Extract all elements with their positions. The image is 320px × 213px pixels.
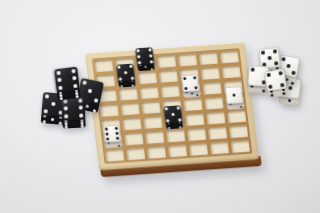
pip [65, 125, 68, 128]
pip [43, 120, 46, 123]
pip [45, 94, 49, 98]
pip [64, 114, 68, 118]
board-cell[interactable] [145, 131, 164, 144]
pip [168, 127, 170, 129]
pip [288, 86, 292, 90]
pip [239, 106, 241, 108]
board-cell[interactable] [183, 98, 202, 111]
white-die[interactable] [225, 86, 245, 110]
board-cell[interactable] [201, 67, 220, 80]
pip [290, 82, 293, 85]
pip [119, 77, 122, 80]
board-cell[interactable] [229, 125, 248, 138]
pip [132, 84, 134, 86]
die-top-face [54, 67, 80, 93]
board-cell[interactable] [120, 102, 139, 115]
pip [282, 92, 285, 95]
pip [58, 121, 61, 124]
pip [63, 99, 67, 103]
board-rim [85, 42, 259, 170]
pip [267, 56, 271, 60]
pip [78, 98, 82, 102]
game-board [85, 42, 259, 170]
pip [149, 54, 152, 57]
board-cell[interactable] [220, 50, 239, 63]
board-cell[interactable] [124, 132, 143, 145]
die-top-face [61, 96, 85, 120]
pip [149, 60, 152, 63]
pip [124, 71, 127, 74]
pip [115, 132, 118, 135]
pip [268, 85, 273, 90]
board-cell[interactable] [140, 86, 159, 99]
board-cell[interactable] [206, 111, 225, 124]
board-cell[interactable] [105, 149, 124, 162]
pip [176, 107, 179, 110]
board-cell[interactable] [187, 128, 206, 141]
pip [73, 84, 77, 88]
board-cell[interactable] [126, 147, 145, 160]
board-cell[interactable] [103, 134, 122, 147]
board-cell[interactable] [221, 65, 240, 78]
pip [72, 76, 76, 80]
pip [274, 61, 278, 65]
white-die[interactable] [181, 74, 201, 98]
pip [165, 108, 168, 111]
pip [193, 76, 196, 79]
pip [148, 49, 151, 52]
board-cell[interactable] [166, 129, 185, 142]
board-cell[interactable] [117, 73, 136, 86]
pip [88, 89, 93, 94]
pip [232, 94, 235, 97]
die-top-face [135, 47, 154, 65]
board-cell[interactable] [168, 144, 187, 157]
pip [58, 86, 62, 90]
black-die[interactable] [164, 105, 184, 129]
board-cell[interactable] [189, 143, 208, 156]
board-cell[interactable] [157, 55, 176, 68]
board-cell[interactable] [138, 71, 157, 84]
pip [270, 94, 273, 97]
pip [286, 64, 291, 69]
pip [266, 73, 271, 78]
pip [43, 109, 47, 113]
pip [79, 114, 83, 118]
pip [118, 66, 121, 69]
pip [171, 113, 174, 116]
die-top-face [225, 86, 244, 104]
pip [71, 69, 75, 73]
pip [278, 71, 283, 76]
board-cell[interactable] [208, 126, 227, 139]
pip [137, 49, 140, 52]
pip [137, 55, 140, 58]
pip [117, 145, 119, 147]
pip [80, 125, 83, 128]
pip [57, 78, 61, 82]
board-cell[interactable] [147, 146, 166, 159]
pip [94, 98, 99, 103]
photo-scene [0, 0, 320, 213]
board-cell[interactable] [185, 113, 204, 126]
die-top-face [264, 69, 287, 92]
board-cell[interactable] [181, 83, 200, 96]
pip [184, 87, 187, 90]
pip [60, 97, 63, 100]
pip [75, 95, 78, 98]
board-cell[interactable] [136, 56, 155, 69]
pip [82, 80, 87, 85]
pip [280, 83, 285, 88]
die-top-face [181, 74, 200, 92]
pip [196, 94, 198, 96]
board-cell[interactable] [143, 116, 162, 129]
board-cell[interactable] [202, 82, 221, 95]
board-grid [92, 48, 253, 164]
pip [261, 50, 265, 54]
die-top-face [116, 64, 135, 82]
pip [273, 49, 277, 53]
pip [262, 89, 265, 92]
pip [64, 107, 68, 111]
pip [194, 86, 197, 89]
black-dice-pile [40, 66, 106, 130]
board-cell[interactable] [160, 85, 179, 98]
pip [115, 127, 118, 130]
black-die[interactable] [116, 64, 136, 88]
board-cell[interactable] [199, 52, 218, 65]
pip [129, 65, 132, 68]
black-die[interactable] [135, 47, 155, 71]
pip [106, 137, 109, 140]
pip [183, 77, 186, 80]
board-cell[interactable] [178, 53, 197, 66]
board-cell[interactable] [210, 141, 229, 154]
black-die[interactable] [54, 67, 81, 101]
board-cell[interactable] [159, 70, 178, 83]
pip [178, 118, 181, 121]
pip [138, 61, 141, 64]
pip [79, 106, 83, 110]
board-cell[interactable] [164, 114, 183, 127]
pip [281, 57, 286, 62]
pip [291, 71, 296, 76]
pip [116, 137, 119, 140]
pip [56, 71, 60, 75]
pip [92, 109, 96, 113]
board-cell[interactable] [227, 110, 246, 123]
board-cell[interactable] [119, 87, 138, 100]
pip [179, 126, 181, 128]
pip [166, 119, 169, 122]
white-die[interactable] [264, 69, 288, 99]
black-die[interactable] [61, 96, 86, 128]
pip [52, 102, 56, 106]
board-cell[interactable] [225, 95, 244, 108]
pip [251, 67, 255, 71]
die-top-face [164, 105, 183, 123]
pip [105, 133, 108, 136]
board-cell[interactable] [231, 140, 250, 153]
pip [130, 76, 133, 79]
pip [120, 85, 122, 87]
board-cell[interactable] [141, 101, 160, 114]
white-dice-pile [246, 46, 306, 108]
board-cell[interactable] [122, 117, 141, 130]
pip [151, 68, 153, 70]
board-cell[interactable] [204, 96, 223, 109]
